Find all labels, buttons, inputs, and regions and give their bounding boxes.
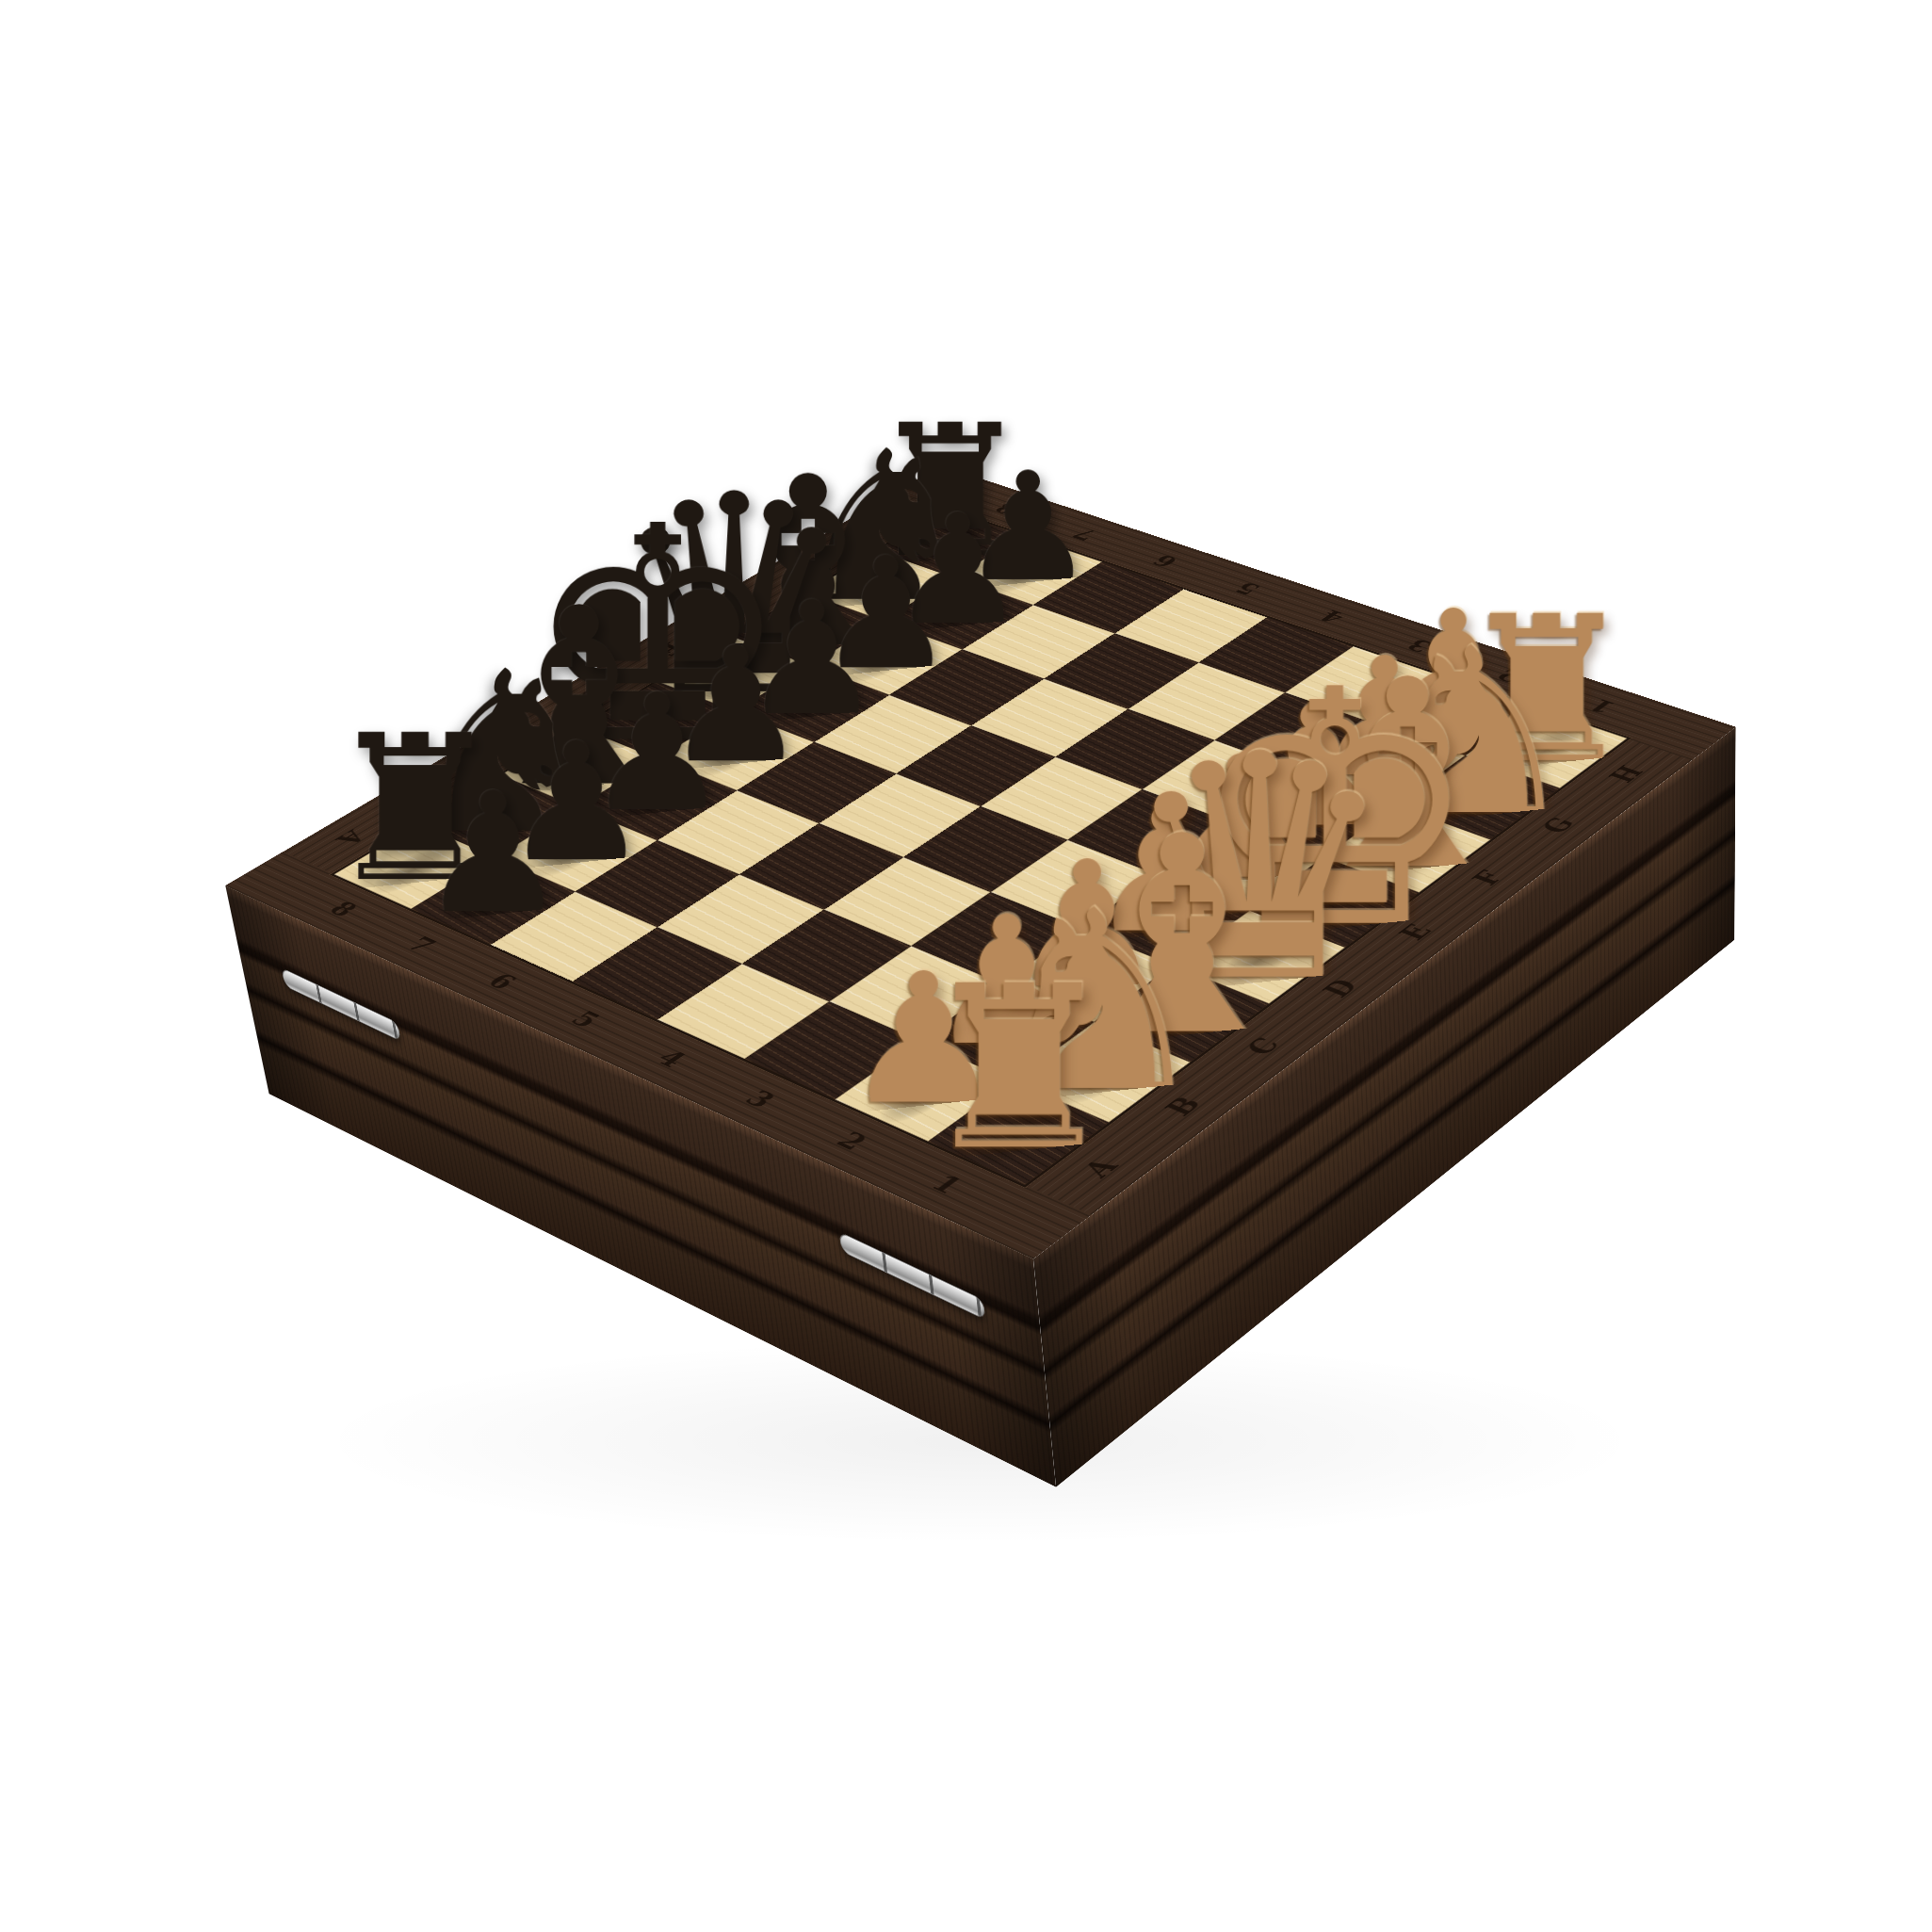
coord-label-5: 5	[557, 1003, 613, 1034]
coord-label-6: 6	[474, 966, 529, 996]
scene: ABCDEFGH ABCDEFGH 12345678 12345678 ♜♞♝♚…	[0, 0, 1932, 1932]
coord-label-7: 7	[394, 930, 448, 959]
product-photo: ABCDEFGH ABCDEFGH 12345678 12345678 ♜♞♝♚…	[0, 0, 1932, 1932]
coord-label-4: 4	[642, 1042, 700, 1074]
metal-hinge-back-icon	[281, 967, 401, 1042]
coord-label-5: 5	[1223, 576, 1272, 600]
coord-label-1: 1	[917, 1166, 977, 1201]
coord-label-a: A	[1070, 1150, 1130, 1185]
metal-hinge-front-icon	[838, 1231, 985, 1320]
chess-box: ABCDEFGH ABCDEFGH 12345678 12345678 ♜♞♝♚…	[225, 465, 1735, 1258]
